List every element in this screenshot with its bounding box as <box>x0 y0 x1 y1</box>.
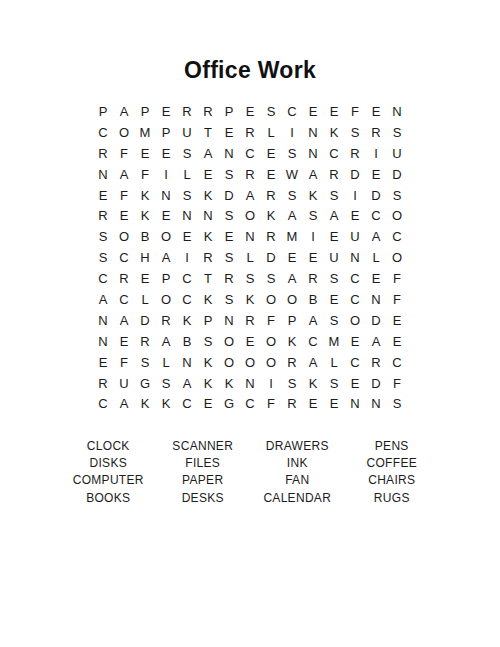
word-list-item-rugs: RUGS <box>345 489 440 506</box>
word-list-item-pens: PENS <box>345 437 440 454</box>
grid-cell-r10c6[interactable]: K <box>198 289 219 310</box>
grid-cell-r13c8[interactable]: O <box>240 352 261 373</box>
grid-cell-r1c7[interactable]: P <box>219 101 240 122</box>
grid-cell-r3c12[interactable]: C <box>324 143 345 164</box>
grid-cell-r3c11[interactable]: N <box>303 143 324 164</box>
grid-cell-r2c14[interactable]: R <box>366 122 387 143</box>
grid-cell-r8c8[interactable]: L <box>240 247 261 268</box>
grid-cell-r1c14[interactable]: E <box>366 101 387 122</box>
grid-cell-r5c8[interactable]: A <box>240 185 261 206</box>
grid-cell-r3c7[interactable]: N <box>219 143 240 164</box>
grid-cell-r12c14[interactable]: A <box>366 331 387 352</box>
grid-cell-r10c12[interactable]: E <box>324 289 345 310</box>
grid-cell-r11c6[interactable]: P <box>198 310 219 331</box>
grid-cell-r15c15[interactable]: S <box>387 393 408 414</box>
grid-cell-r9c4[interactable]: P <box>156 268 177 289</box>
grid-cell-r8c11[interactable]: E <box>303 247 324 268</box>
grid-cell-r15c14[interactable]: N <box>366 393 387 414</box>
grid-cell-r8c13[interactable]: N <box>345 247 366 268</box>
grid-cell-r5c13[interactable]: I <box>345 185 366 206</box>
grid-cell-r13c3[interactable]: S <box>135 352 156 373</box>
grid-cell-r15c4[interactable]: K <box>156 393 177 414</box>
grid-cell-r10c15[interactable]: F <box>387 289 408 310</box>
grid-cell-r5c2[interactable]: F <box>114 185 135 206</box>
grid-cell-r1c3[interactable]: P <box>135 101 156 122</box>
grid-cell-r10c14[interactable]: N <box>366 289 387 310</box>
grid-cell-r15c7[interactable]: G <box>219 393 240 414</box>
grid-cell-r14c6[interactable]: K <box>198 373 219 394</box>
grid-cell-r3c9[interactable]: E <box>261 143 282 164</box>
grid-cell-r1c10[interactable]: C <box>282 101 303 122</box>
grid-cell-r1c11[interactable]: E <box>303 101 324 122</box>
grid-cell-r8c12[interactable]: U <box>324 247 345 268</box>
word-list-item-clock: CLOCK <box>61 437 156 454</box>
grid-cell-r3c15[interactable]: U <box>387 143 408 164</box>
grid-cell-r13c9[interactable]: O <box>261 352 282 373</box>
grid-cell-r12c15[interactable]: E <box>387 331 408 352</box>
grid-cell-r2c2[interactable]: O <box>114 122 135 143</box>
grid-cell-r3c1[interactable]: R <box>93 143 114 164</box>
grid-cell-r12c11[interactable]: C <box>303 331 324 352</box>
grid-cell-r10c3[interactable]: L <box>135 289 156 310</box>
word-list-item-files: FILES <box>156 455 251 472</box>
word-list-item-books: BOOKS <box>61 489 156 506</box>
grid-cell-r10c10[interactable]: O <box>282 289 303 310</box>
grid-cell-r11c2[interactable]: A <box>114 310 135 331</box>
grid-cell-r13c7[interactable]: O <box>219 352 240 373</box>
grid-cell-r13c10[interactable]: R <box>282 352 303 373</box>
grid-cell-r7c11[interactable]: I <box>303 226 324 247</box>
grid-cell-r11c1[interactable]: N <box>93 310 114 331</box>
grid-cell-r6c5[interactable]: N <box>177 205 198 226</box>
grid-cell-r10c2[interactable]: C <box>114 289 135 310</box>
grid-cell-r10c4[interactable]: O <box>156 289 177 310</box>
grid-cell-r4c2[interactable]: A <box>114 164 135 185</box>
grid-cell-r7c9[interactable]: R <box>261 226 282 247</box>
grid-cell-r3c6[interactable]: A <box>198 143 219 164</box>
grid-cell-r2c7[interactable]: E <box>219 122 240 143</box>
grid-cell-r13c11[interactable]: A <box>303 352 324 373</box>
grid-cell-r11c15[interactable]: E <box>387 310 408 331</box>
grid-cell-r2c15[interactable]: S <box>387 122 408 143</box>
grid-cell-r11c13[interactable]: O <box>345 310 366 331</box>
word-list-item-disks: DISKS <box>61 455 156 472</box>
grid-cell-r3c5[interactable]: S <box>177 143 198 164</box>
word-list-item-computer: COMPUTER <box>61 472 156 489</box>
grid-cell-r13c12[interactable]: L <box>324 352 345 373</box>
grid-cell-r6c7[interactable]: S <box>219 205 240 226</box>
grid-cell-r2c1[interactable]: C <box>93 122 114 143</box>
grid-cell-r11c11[interactable]: A <box>303 310 324 331</box>
grid-cell-r6c1[interactable]: R <box>93 205 114 226</box>
grid-cell-r4c3[interactable]: F <box>135 164 156 185</box>
grid-cell-r9c11[interactable]: R <box>303 268 324 289</box>
grid-cell-r2c11[interactable]: N <box>303 122 324 143</box>
grid-cell-r15c10[interactable]: R <box>282 393 303 414</box>
grid-cell-r8c5[interactable]: I <box>177 247 198 268</box>
grid-cell-r9c7[interactable]: R <box>219 268 240 289</box>
grid-cell-r13c13[interactable]: C <box>345 352 366 373</box>
word-list-item-scanner: SCANNER <box>156 437 251 454</box>
grid-cell-r5c1[interactable]: E <box>93 185 114 206</box>
grid-cell-r2c5[interactable]: U <box>177 122 198 143</box>
grid-cell-r6c10[interactable]: A <box>282 205 303 226</box>
puzzle-title: Office Work <box>0 0 500 84</box>
grid-cell-r8c7[interactable]: S <box>219 247 240 268</box>
grid-cell-r9c10[interactable]: A <box>282 268 303 289</box>
grid-cell-r5c10[interactable]: S <box>282 185 303 206</box>
grid-cell-r2c10[interactable]: I <box>282 122 303 143</box>
grid-cell-r15c1[interactable]: C <box>93 393 114 414</box>
grid-cell-r1c13[interactable]: F <box>345 101 366 122</box>
grid-cell-r15c8[interactable]: C <box>240 393 261 414</box>
grid-cell-r7c2[interactable]: O <box>114 226 135 247</box>
grid-cell-r9c15[interactable]: F <box>387 268 408 289</box>
grid-cell-r4c10[interactable]: W <box>282 164 303 185</box>
grid-cell-r13c1[interactable]: E <box>93 352 114 373</box>
grid-cell-r3c13[interactable]: R <box>345 143 366 164</box>
grid-cell-r7c3[interactable]: B <box>135 226 156 247</box>
grid-cell-r14c12[interactable]: S <box>324 373 345 394</box>
grid-cell-r10c11[interactable]: B <box>303 289 324 310</box>
grid-cell-r8c6[interactable]: R <box>198 247 219 268</box>
grid-cell-r8c4[interactable]: A <box>156 247 177 268</box>
grid-cell-r10c1[interactable]: A <box>93 289 114 310</box>
grid-cell-r12c3[interactable]: R <box>135 331 156 352</box>
grid-cell-r11c9[interactable]: F <box>261 310 282 331</box>
grid-cell-r10c7[interactable]: S <box>219 289 240 310</box>
grid-cell-r4c11[interactable]: A <box>303 164 324 185</box>
word-list-item-paper: PAPER <box>156 472 251 489</box>
word-list-item-calendar: CALENDAR <box>250 489 345 506</box>
grid-cell-r3c2[interactable]: F <box>114 143 135 164</box>
grid-cell-r5c3[interactable]: K <box>135 185 156 206</box>
grid-cell-r1c2[interactable]: A <box>114 101 135 122</box>
grid-cell-r7c6[interactable]: K <box>198 226 219 247</box>
grid-cell-r7c4[interactable]: O <box>156 226 177 247</box>
grid-cell-r15c11[interactable]: E <box>303 393 324 414</box>
grid-cell-r14c14[interactable]: D <box>366 373 387 394</box>
grid-cell-r7c7[interactable]: E <box>219 226 240 247</box>
grid-cell-r7c15[interactable]: C <box>387 226 408 247</box>
grid-cell-r14c7[interactable]: K <box>219 373 240 394</box>
grid-cell-r15c3[interactable]: K <box>135 393 156 414</box>
grid-cell-r2c8[interactable]: R <box>240 122 261 143</box>
grid-cell-r4c13[interactable]: D <box>345 164 366 185</box>
grid-cell-r13c4[interactable]: L <box>156 352 177 373</box>
grid-cell-r4c4[interactable]: I <box>156 164 177 185</box>
grid-cell-r14c11[interactable]: K <box>303 373 324 394</box>
word-list-item-chairs: CHAIRS <box>345 472 440 489</box>
grid-cell-r6c3[interactable]: K <box>135 205 156 226</box>
grid-cell-r10c8[interactable]: K <box>240 289 261 310</box>
grid-cell-r5c4[interactable]: N <box>156 185 177 206</box>
grid-cell-r6c11[interactable]: S <box>303 205 324 226</box>
grid-cell-r8c1[interactable]: S <box>93 247 114 268</box>
grid-cell-r15c5[interactable]: C <box>177 393 198 414</box>
grid-cell-r4c7[interactable]: S <box>219 164 240 185</box>
grid-cell-r2c13[interactable]: S <box>345 122 366 143</box>
grid-cell-r9c1[interactable]: C <box>93 268 114 289</box>
grid-cell-r1c1[interactable]: P <box>93 101 114 122</box>
grid-cell-r7c5[interactable]: E <box>177 226 198 247</box>
grid-cell-r15c9[interactable]: F <box>261 393 282 414</box>
grid-cell-r4c1[interactable]: N <box>93 164 114 185</box>
grid-cell-r1c5[interactable]: R <box>177 101 198 122</box>
grid-cell-r13c5[interactable]: N <box>177 352 198 373</box>
grid-cell-r1c9[interactable]: S <box>261 101 282 122</box>
grid-cell-r4c5[interactable]: L <box>177 164 198 185</box>
grid-cell-r14c9[interactable]: I <box>261 373 282 394</box>
grid-cell-r3c8[interactable]: C <box>240 143 261 164</box>
grid-cell-r14c1[interactable]: R <box>93 373 114 394</box>
grid-cell-r4c9[interactable]: E <box>261 164 282 185</box>
grid-cell-r12c4[interactable]: A <box>156 331 177 352</box>
grid-cell-r13c6[interactable]: K <box>198 352 219 373</box>
grid-cell-r4c6[interactable]: E <box>198 164 219 185</box>
grid-cell-r1c6[interactable]: R <box>198 101 219 122</box>
grid-cell-r11c7[interactable]: N <box>219 310 240 331</box>
grid-cell-r10c5[interactable]: C <box>177 289 198 310</box>
grid-cell-r3c14[interactable]: I <box>366 143 387 164</box>
grid-cell-r8c9[interactable]: D <box>261 247 282 268</box>
grid-cell-r14c2[interactable]: U <box>114 373 135 394</box>
grid-cell-r4c8[interactable]: R <box>240 164 261 185</box>
grid-cell-r1c4[interactable]: E <box>156 101 177 122</box>
grid-cell-r14c5[interactable]: A <box>177 373 198 394</box>
grid-cell-r12c9[interactable]: O <box>261 331 282 352</box>
grid-cell-r1c12[interactable]: E <box>324 101 345 122</box>
grid-cell-r6c2[interactable]: E <box>114 205 135 226</box>
grid-cell-r10c13[interactable]: C <box>345 289 366 310</box>
grid-cell-r13c2[interactable]: F <box>114 352 135 373</box>
word-list-item-fan: FAN <box>250 472 345 489</box>
grid-cell-r9c12[interactable]: S <box>324 268 345 289</box>
grid-cell-r9c8[interactable]: S <box>240 268 261 289</box>
grid-cell-r6c8[interactable]: O <box>240 205 261 226</box>
grid-cell-r7c1[interactable]: S <box>93 226 114 247</box>
grid-cell-r15c6[interactable]: E <box>198 393 219 414</box>
grid-cell-r7c8[interactable]: N <box>240 226 261 247</box>
grid-cell-r7c13[interactable]: U <box>345 226 366 247</box>
grid-cell-r14c15[interactable]: F <box>387 373 408 394</box>
grid-cell-r8c2[interactable]: C <box>114 247 135 268</box>
grid-cell-r11c10[interactable]: P <box>282 310 303 331</box>
grid-cell-r10c9[interactable]: O <box>261 289 282 310</box>
grid-cell-r11c12[interactable]: S <box>324 310 345 331</box>
grid-cell-r8c15[interactable]: O <box>387 247 408 268</box>
grid-cell-r12c1[interactable]: N <box>93 331 114 352</box>
grid-cell-r9c14[interactable]: E <box>366 268 387 289</box>
grid-cell-r6c6[interactable]: N <box>198 205 219 226</box>
grid-cell-r9c9[interactable]: S <box>261 268 282 289</box>
grid-cell-r4c15[interactable]: D <box>387 164 408 185</box>
grid-cell-r8c14[interactable]: L <box>366 247 387 268</box>
grid-cell-r11c4[interactable]: R <box>156 310 177 331</box>
grid-cell-r9c13[interactable]: C <box>345 268 366 289</box>
grid-cell-r9c3[interactable]: E <box>135 268 156 289</box>
grid-cell-r6c14[interactable]: C <box>366 205 387 226</box>
grid-cell-r9c2[interactable]: R <box>114 268 135 289</box>
grid-cell-r11c5[interactable]: K <box>177 310 198 331</box>
grid-cell-r5c5[interactable]: S <box>177 185 198 206</box>
grid-cell-r14c4[interactable]: S <box>156 373 177 394</box>
grid-cell-r12c7[interactable]: O <box>219 331 240 352</box>
grid-cell-r7c10[interactable]: M <box>282 226 303 247</box>
grid-cell-r2c9[interactable]: L <box>261 122 282 143</box>
word-list-item-drawers: DRAWERS <box>250 437 345 454</box>
grid-cell-r15c13[interactable]: N <box>345 393 366 414</box>
grid-cell-r6c4[interactable]: E <box>156 205 177 226</box>
grid-cell-r11c14[interactable]: D <box>366 310 387 331</box>
grid-cell-r15c2[interactable]: A <box>114 393 135 414</box>
grid-cell-r13c15[interactable]: C <box>387 352 408 373</box>
grid-cell-r5c15[interactable]: S <box>387 185 408 206</box>
grid-cell-r12c10[interactable]: K <box>282 331 303 352</box>
grid-cell-r2c12[interactable]: K <box>324 122 345 143</box>
grid-cell-r2c4[interactable]: P <box>156 122 177 143</box>
grid-cell-r6c15[interactable]: O <box>387 205 408 226</box>
grid-cell-r11c8[interactable]: R <box>240 310 261 331</box>
word-list: CLOCKSCANNERDRAWERSPENSDISKSFILESINKCOFF… <box>61 437 439 506</box>
grid-cell-r7c12[interactable]: E <box>324 226 345 247</box>
grid-cell-r7c14[interactable]: A <box>366 226 387 247</box>
grid-cell-r11c3[interactable]: D <box>135 310 156 331</box>
grid-cell-r13c14[interactable]: R <box>366 352 387 373</box>
grid-cell-r3c4[interactable]: E <box>156 143 177 164</box>
word-list-item-ink: INK <box>250 455 345 472</box>
word-search-grid: PAPERRPESCEEFENCOMPUTERLINKSRSRFEESANCES… <box>93 101 408 414</box>
grid-cell-r12c12[interactable]: M <box>324 331 345 352</box>
grid-cell-r5c12[interactable]: S <box>324 185 345 206</box>
grid-cell-r1c15[interactable]: N <box>387 101 408 122</box>
grid-cell-r12c2[interactable]: E <box>114 331 135 352</box>
word-list-item-desks: DESKS <box>156 489 251 506</box>
grid-cell-r5c9[interactable]: R <box>261 185 282 206</box>
grid-cell-r12c8[interactable]: E <box>240 331 261 352</box>
grid-cell-r14c8[interactable]: N <box>240 373 261 394</box>
grid-cell-r1c8[interactable]: E <box>240 101 261 122</box>
grid-cell-r2c3[interactable]: M <box>135 122 156 143</box>
grid-cell-r4c12[interactable]: R <box>324 164 345 185</box>
grid-cell-r15c12[interactable]: E <box>324 393 345 414</box>
grid-cell-r5c11[interactable]: K <box>303 185 324 206</box>
grid-cell-r8c10[interactable]: E <box>282 247 303 268</box>
grid-cell-r3c3[interactable]: E <box>135 143 156 164</box>
grid-cell-r5c7[interactable]: D <box>219 185 240 206</box>
grid-cell-r9c5[interactable]: C <box>177 268 198 289</box>
word-list-item-coffee: COFFEE <box>345 455 440 472</box>
grid-cell-r5c14[interactable]: D <box>366 185 387 206</box>
grid-cell-r8c3[interactable]: H <box>135 247 156 268</box>
grid-cell-r3c10[interactable]: S <box>282 143 303 164</box>
grid-cell-r12c13[interactable]: E <box>345 331 366 352</box>
grid-cell-r6c13[interactable]: E <box>345 205 366 226</box>
grid-cell-r6c12[interactable]: A <box>324 205 345 226</box>
grid-cell-r6c9[interactable]: K <box>261 205 282 226</box>
grid-cell-r9c6[interactable]: T <box>198 268 219 289</box>
grid-cell-r14c3[interactable]: G <box>135 373 156 394</box>
grid-cell-r12c5[interactable]: B <box>177 331 198 352</box>
grid-cell-r14c10[interactable]: S <box>282 373 303 394</box>
grid-cell-r12c6[interactable]: S <box>198 331 219 352</box>
grid-cell-r5c6[interactable]: K <box>198 185 219 206</box>
grid-cell-r4c14[interactable]: E <box>366 164 387 185</box>
grid-cell-r2c6[interactable]: T <box>198 122 219 143</box>
word-search-worksheet: Office Work PAPERRPESCEEFENCOMPUTERLINKS… <box>0 0 500 647</box>
grid-cell-r14c13[interactable]: E <box>345 373 366 394</box>
